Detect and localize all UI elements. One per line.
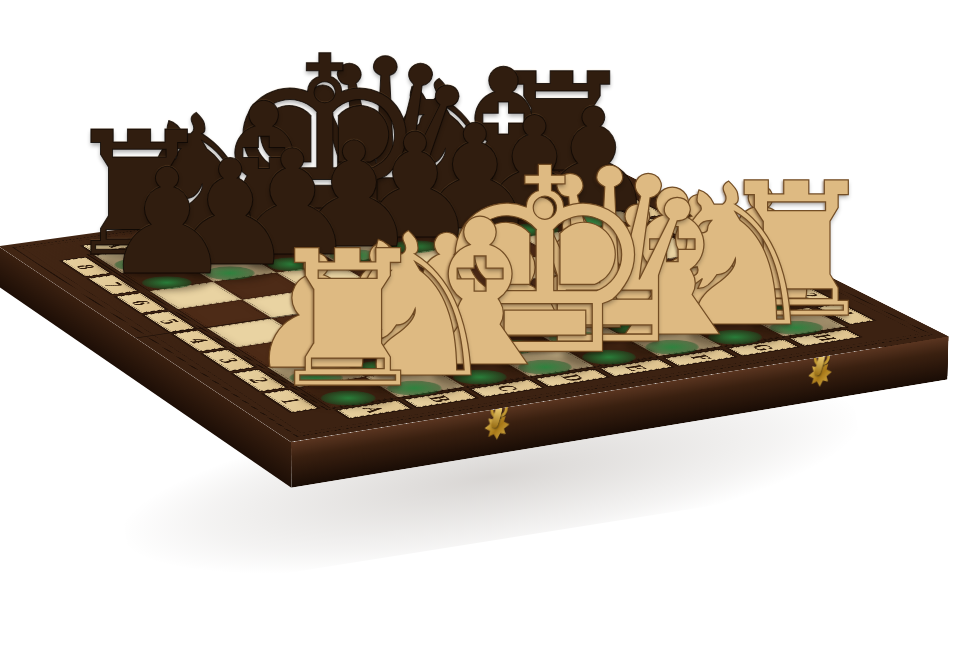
black-pawn-glyph: ♟ bbox=[102, 149, 233, 295]
pieces-layer: ♜♞♝♚♛♞♝♜♟♟♟♟♟♟♟♟♟♟♟♟♟♟♟♟♜♞♝♚♛♝♞♜ bbox=[0, 0, 970, 647]
photo-stage: ABCDEFGH ABCDEFGH 87654321 87654321 bbox=[0, 0, 970, 647]
white-rook-glyph: ♜ bbox=[264, 227, 433, 415]
